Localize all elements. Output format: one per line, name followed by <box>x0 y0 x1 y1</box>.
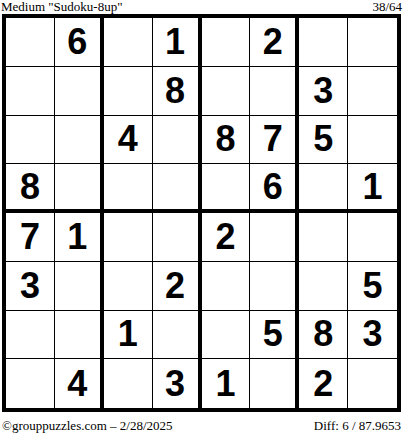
cell-r7c6[interactable]: 5 <box>250 311 299 360</box>
cell-r6c8[interactable]: 5 <box>348 262 397 311</box>
cell-r3c8[interactable] <box>348 116 397 165</box>
cell-r6c2[interactable] <box>55 262 104 311</box>
cell-r1c8[interactable] <box>348 18 397 67</box>
cell-r3c2[interactable] <box>55 116 104 165</box>
cell-r5c4[interactable] <box>153 213 202 262</box>
cell-r1c6[interactable]: 2 <box>250 18 299 67</box>
cell-r1c5[interactable] <box>202 18 251 67</box>
cell-r4c6[interactable]: 6 <box>250 164 299 213</box>
cell-r2c8[interactable] <box>348 67 397 116</box>
cell-r5c1[interactable]: 7 <box>6 213 55 262</box>
cell-r2c2[interactable] <box>55 67 104 116</box>
cell-r1c1[interactable] <box>6 18 55 67</box>
puzzle-footer: ©grouppuzzles.com – 2/28/2025 Diff: 6 / … <box>0 412 403 433</box>
cell-r3c5[interactable]: 8 <box>202 116 251 165</box>
cell-r3c3[interactable]: 4 <box>104 116 153 165</box>
puzzle-title: Medium "Sudoku-8up" <box>1 0 122 13</box>
cell-r4c8[interactable]: 1 <box>348 164 397 213</box>
difficulty-rating: Diff: 6 / 87.9653 <box>314 419 401 433</box>
cell-r8c4[interactable]: 3 <box>153 359 202 408</box>
cell-r7c8[interactable]: 3 <box>348 311 397 360</box>
cell-r7c4[interactable] <box>153 311 202 360</box>
cell-r6c7[interactable] <box>299 262 348 311</box>
cell-r1c3[interactable] <box>104 18 153 67</box>
cell-r7c1[interactable] <box>6 311 55 360</box>
cell-r3c4[interactable] <box>153 116 202 165</box>
cell-r7c2[interactable] <box>55 311 104 360</box>
cell-r4c3[interactable] <box>104 164 153 213</box>
cell-r5c3[interactable] <box>104 213 153 262</box>
cell-r2c1[interactable] <box>6 67 55 116</box>
cell-r6c4[interactable]: 2 <box>153 262 202 311</box>
puzzle-page: Medium "Sudoku-8up" 38/64 61283487586171… <box>0 0 403 437</box>
cell-r3c6[interactable]: 7 <box>250 116 299 165</box>
cell-r8c2[interactable]: 4 <box>55 359 104 408</box>
cell-r2c5[interactable] <box>202 67 251 116</box>
cell-r4c4[interactable] <box>153 164 202 213</box>
cell-r3c1[interactable] <box>6 116 55 165</box>
cell-r6c6[interactable] <box>250 262 299 311</box>
sudoku-board: 61283487586171232515834312 <box>2 14 401 412</box>
cell-r2c4[interactable]: 8 <box>153 67 202 116</box>
cell-r1c7[interactable] <box>299 18 348 67</box>
cell-r8c5[interactable]: 1 <box>202 359 251 408</box>
cell-r8c3[interactable] <box>104 359 153 408</box>
cell-r5c2[interactable]: 1 <box>55 213 104 262</box>
copyright-credit: ©grouppuzzles.com – 2/28/2025 <box>2 419 173 433</box>
cell-r7c5[interactable] <box>202 311 251 360</box>
cell-r8c1[interactable] <box>6 359 55 408</box>
cell-r5c8[interactable] <box>348 213 397 262</box>
cell-r5c6[interactable] <box>250 213 299 262</box>
puzzle-header: Medium "Sudoku-8up" 38/64 <box>0 0 403 13</box>
cell-r5c5[interactable]: 2 <box>202 213 251 262</box>
cell-r4c5[interactable] <box>202 164 251 213</box>
cell-r2c7[interactable]: 3 <box>299 67 348 116</box>
cell-r4c2[interactable] <box>55 164 104 213</box>
cell-r7c3[interactable]: 1 <box>104 311 153 360</box>
cell-r8c7[interactable]: 2 <box>299 359 348 408</box>
cell-r2c6[interactable] <box>250 67 299 116</box>
cell-r6c3[interactable] <box>104 262 153 311</box>
cell-r6c1[interactable]: 3 <box>6 262 55 311</box>
cell-r2c3[interactable] <box>104 67 153 116</box>
cell-r3c7[interactable]: 5 <box>299 116 348 165</box>
cell-r1c2[interactable]: 6 <box>55 18 104 67</box>
cell-r6c5[interactable] <box>202 262 251 311</box>
cell-r5c7[interactable] <box>299 213 348 262</box>
cell-r7c7[interactable]: 8 <box>299 311 348 360</box>
cell-r8c6[interactable] <box>250 359 299 408</box>
cell-r4c1[interactable]: 8 <box>6 164 55 213</box>
cell-r8c8[interactable] <box>348 359 397 408</box>
blank-count: 38/64 <box>372 0 402 13</box>
cell-r4c7[interactable] <box>299 164 348 213</box>
cell-r1c4[interactable]: 1 <box>153 18 202 67</box>
